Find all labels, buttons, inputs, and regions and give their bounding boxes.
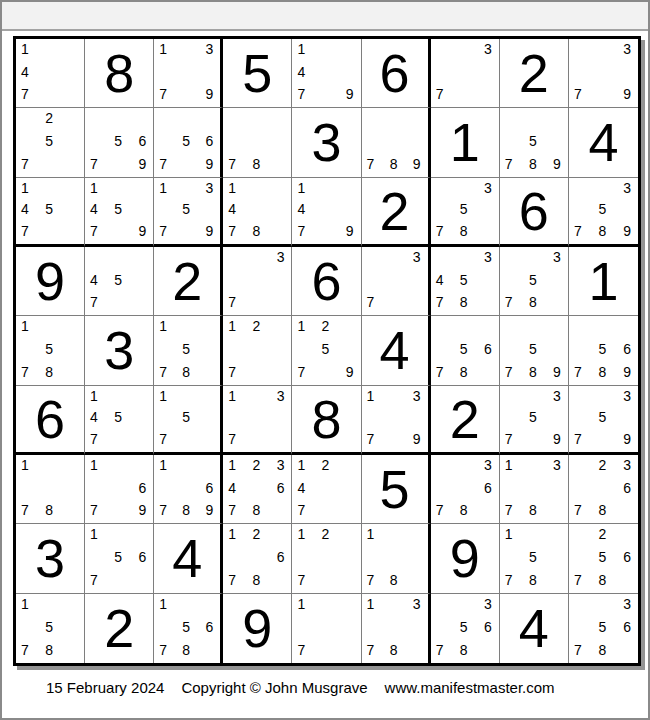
cell-r7c1[interactable]: 178 xyxy=(16,455,85,524)
pencilmark: 9 xyxy=(553,432,561,446)
pencilmark-grid: 25678 xyxy=(569,524,638,592)
given-digit: 6 xyxy=(16,386,84,452)
pencilmark: 4 xyxy=(21,65,29,79)
pencilmark: 3 xyxy=(623,458,631,472)
given-digit: 5 xyxy=(223,39,291,107)
cell-r6c4[interactable]: 137 xyxy=(223,386,292,455)
cell-r9c5[interactable]: 17 xyxy=(292,594,361,663)
footer-website: www.manifestmaster.com xyxy=(385,679,555,696)
pencilmark: 8 xyxy=(599,573,607,587)
pencilmark: 7 xyxy=(574,432,582,446)
pencilmark: 5 xyxy=(182,202,190,216)
pencilmark: 3 xyxy=(413,597,421,611)
cell-r4c3[interactable]: 2 xyxy=(154,247,223,316)
cell-r7c6[interactable]: 5 xyxy=(362,455,431,524)
pencilmark-grid: 1247 xyxy=(292,455,360,523)
pencilmark: 9 xyxy=(346,365,354,379)
given-digit: 8 xyxy=(292,386,360,452)
pencilmark: 1 xyxy=(21,597,29,611)
cell-r1c9[interactable]: 379 xyxy=(569,39,638,108)
cell-r3c5[interactable]: 1479 xyxy=(292,178,361,247)
pencilmark: 7 xyxy=(90,503,98,517)
cell-r3c3[interactable]: 13579 xyxy=(154,178,223,247)
cell-r7c3[interactable]: 16789 xyxy=(154,455,223,524)
cell-r2c7[interactable]: 1 xyxy=(431,108,500,177)
pencilmark-grid: 5789 xyxy=(500,316,568,384)
pencilmark-grid: 1378 xyxy=(500,455,568,523)
cell-r8c4[interactable]: 12678 xyxy=(223,524,292,593)
given-digit: 2 xyxy=(500,39,568,107)
pencilmark-grid: 137 xyxy=(223,386,291,452)
cell-r5c1[interactable]: 1578 xyxy=(16,316,85,385)
pencilmark: 7 xyxy=(574,643,582,657)
pencilmark: 7 xyxy=(159,365,167,379)
cell-r4c2[interactable]: 457 xyxy=(85,247,154,316)
pencilmark: 8 xyxy=(460,295,468,309)
cell-r8c5[interactable]: 127 xyxy=(292,524,361,593)
pencilmark: 2 xyxy=(322,319,330,333)
cell-r1c2[interactable]: 8 xyxy=(85,39,154,108)
pencilmark: 3 xyxy=(484,250,492,264)
pencilmark: 1 xyxy=(228,389,236,403)
cell-r8c1[interactable]: 3 xyxy=(16,524,85,593)
pencilmark: 3 xyxy=(277,458,285,472)
cell-r6c2[interactable]: 1457 xyxy=(85,386,154,455)
pencilmark: 7 xyxy=(90,432,98,446)
pencilmark: 2 xyxy=(322,458,330,472)
cell-r6c1[interactable]: 6 xyxy=(16,386,85,455)
pencilmark: 6 xyxy=(206,620,214,634)
cell-r9c7[interactable]: 35678 xyxy=(431,594,500,663)
cell-r7c7[interactable]: 3678 xyxy=(431,455,500,524)
given-digit: 4 xyxy=(362,316,428,384)
pencilmark: 7 xyxy=(159,87,167,101)
pencilmark: 9 xyxy=(553,365,561,379)
cell-r6c8[interactable]: 3579 xyxy=(500,386,569,455)
given-digit: 8 xyxy=(85,39,153,107)
pencilmark-grid: 78 xyxy=(223,108,291,176)
cell-r4c6[interactable]: 37 xyxy=(362,247,431,316)
pencilmark-grid: 789 xyxy=(362,108,428,176)
pencilmark: 4 xyxy=(228,202,236,216)
pencilmark: 9 xyxy=(623,87,631,101)
cell-r1c3[interactable]: 1379 xyxy=(154,39,223,108)
pencilmark: 2 xyxy=(599,458,607,472)
cell-r4c4[interactable]: 37 xyxy=(223,247,292,316)
cell-r4c1[interactable]: 9 xyxy=(16,247,85,316)
pencilmark: 7 xyxy=(21,503,29,517)
pencilmark: 8 xyxy=(252,503,260,517)
pencilmark: 9 xyxy=(623,224,631,238)
cell-r1c8[interactable]: 2 xyxy=(500,39,569,108)
pencilmark: 5 xyxy=(529,550,537,564)
cell-r9c3[interactable]: 15678 xyxy=(154,594,223,663)
cell-r2c9[interactable]: 4 xyxy=(569,108,638,177)
cell-r9c8[interactable]: 4 xyxy=(500,594,569,663)
pencilmark: 6 xyxy=(484,620,492,634)
given-digit: 3 xyxy=(85,316,153,384)
pencilmark: 9 xyxy=(138,157,146,171)
pencilmark: 6 xyxy=(484,342,492,356)
pencilmark-grid: 379 xyxy=(569,39,638,107)
pencilmark: 3 xyxy=(413,389,421,403)
pencilmark: 3 xyxy=(206,42,214,56)
pencilmark: 8 xyxy=(529,295,537,309)
cell-r3c7[interactable]: 3578 xyxy=(431,178,500,247)
pencilmark: 7 xyxy=(159,643,167,657)
pencilmark: 7 xyxy=(505,573,513,587)
pencilmark: 1 xyxy=(297,319,305,333)
pencilmark-grid: 3578 xyxy=(500,247,568,315)
pencilmark: 7 xyxy=(505,157,513,171)
pencilmark: 9 xyxy=(138,503,146,517)
pencilmark: 3 xyxy=(623,42,631,56)
pencilmark-grid: 17 xyxy=(292,594,360,663)
pencilmark: 1 xyxy=(159,42,167,56)
pencilmark: 3 xyxy=(623,389,631,403)
pencilmark: 7 xyxy=(21,643,29,657)
pencilmark: 7 xyxy=(505,503,513,517)
pencilmark: 5 xyxy=(529,410,537,424)
given-digit: 9 xyxy=(223,594,291,663)
pencilmark: 5 xyxy=(182,620,190,634)
cell-r9c9[interactable]: 35678 xyxy=(569,594,638,663)
pencilmark: 9 xyxy=(346,224,354,238)
pencilmark: 7 xyxy=(21,157,29,171)
cell-r1c6[interactable]: 6 xyxy=(362,39,431,108)
pencilmark: 7 xyxy=(297,503,305,517)
pencilmark: 5 xyxy=(599,342,607,356)
pencilmark: 1 xyxy=(297,181,305,195)
pencilmark: 8 xyxy=(390,643,398,657)
pencilmark: 3 xyxy=(623,597,631,611)
pencilmark-grid: 1478 xyxy=(223,178,291,244)
pencilmark-grid: 1578 xyxy=(16,316,84,384)
pencilmark: 3 xyxy=(553,250,561,264)
pencilmark: 7 xyxy=(505,295,513,309)
pencilmark-grid: 23678 xyxy=(569,455,638,523)
pencilmark: 7 xyxy=(297,643,305,657)
given-digit: 6 xyxy=(292,247,360,315)
pencilmark: 7 xyxy=(436,224,444,238)
cell-r7c2[interactable]: 1679 xyxy=(85,455,154,524)
cell-r8c6[interactable]: 178 xyxy=(362,524,431,593)
pencilmark: 7 xyxy=(436,295,444,309)
pencilmark: 8 xyxy=(390,157,398,171)
pencilmark: 8 xyxy=(599,365,607,379)
cell-r9c2[interactable]: 2 xyxy=(85,594,154,663)
cell-r9c4[interactable]: 9 xyxy=(223,594,292,663)
pencilmark: 8 xyxy=(529,157,537,171)
pencilmark: 5 xyxy=(114,550,122,564)
given-digit: 2 xyxy=(85,594,153,663)
cell-r1c5[interactable]: 1479 xyxy=(292,39,361,108)
pencilmark: 1 xyxy=(297,527,305,541)
cell-r1c7[interactable]: 37 xyxy=(431,39,500,108)
pencilmark: 6 xyxy=(138,550,146,564)
cell-r5c7[interactable]: 5678 xyxy=(431,316,500,385)
pencilmark: 5 xyxy=(45,342,53,356)
pencilmark: 3 xyxy=(553,389,561,403)
cell-r3c8[interactable]: 6 xyxy=(500,178,569,247)
pencilmark: 7 xyxy=(159,432,167,446)
pencilmark: 7 xyxy=(21,365,29,379)
given-digit: 1 xyxy=(431,108,499,176)
pencilmark: 8 xyxy=(45,643,53,657)
cell-r8c9[interactable]: 25678 xyxy=(569,524,638,593)
given-digit: 1 xyxy=(569,247,638,315)
pencilmark: 9 xyxy=(206,503,214,517)
pencilmark: 7 xyxy=(21,224,29,238)
pencilmark-grid: 5679 xyxy=(154,108,220,176)
pencilmark: 8 xyxy=(529,365,537,379)
pencilmark: 5 xyxy=(529,273,537,287)
pencilmark: 1 xyxy=(90,389,98,403)
pencilmark: 2 xyxy=(252,458,260,472)
cell-r8c8[interactable]: 1578 xyxy=(500,524,569,593)
pencilmark: 1 xyxy=(90,181,98,195)
cell-r3c2[interactable]: 14579 xyxy=(85,178,154,247)
pencilmark: 5 xyxy=(114,273,122,287)
cell-r3c6[interactable]: 2 xyxy=(362,178,431,247)
pencilmark: 8 xyxy=(390,573,398,587)
pencilmark: 5 xyxy=(114,410,122,424)
pencilmark: 1 xyxy=(21,458,29,472)
pencilmark: 8 xyxy=(599,643,607,657)
pencilmark: 2 xyxy=(322,527,330,541)
pencilmark: 6 xyxy=(206,481,214,495)
given-digit: 9 xyxy=(16,247,84,315)
pencilmark: 1 xyxy=(21,42,29,56)
pencilmark: 9 xyxy=(138,224,146,238)
pencilmark: 1 xyxy=(228,458,236,472)
pencilmark-grid: 12678 xyxy=(223,524,291,592)
pencilmark: 7 xyxy=(367,573,375,587)
given-digit: 4 xyxy=(154,524,220,592)
pencilmark-grid: 37 xyxy=(431,39,499,107)
pencilmark-grid: 15678 xyxy=(154,594,220,663)
pencilmark: 8 xyxy=(182,365,190,379)
pencilmark-grid: 147 xyxy=(16,39,84,107)
pencilmark: 8 xyxy=(460,365,468,379)
pencilmark: 8 xyxy=(529,503,537,517)
pencilmark: 7 xyxy=(228,503,236,517)
cell-r6c9[interactable]: 3579 xyxy=(569,386,638,455)
pencilmark: 3 xyxy=(277,389,285,403)
cell-r6c5[interactable]: 8 xyxy=(292,386,361,455)
pencilmark: 3 xyxy=(413,250,421,264)
cell-r2c8[interactable]: 5789 xyxy=(500,108,569,177)
pencilmark-grid: 257 xyxy=(16,108,84,176)
cell-r4c9[interactable]: 1 xyxy=(569,247,638,316)
pencilmark: 2 xyxy=(45,111,53,125)
pencilmark: 1 xyxy=(228,181,236,195)
cell-r7c8[interactable]: 1378 xyxy=(500,455,569,524)
pencilmark: 1 xyxy=(228,527,236,541)
cell-r7c4[interactable]: 1234678 xyxy=(223,455,292,524)
cell-r4c5[interactable]: 6 xyxy=(292,247,361,316)
pencilmark-grid: 1578 xyxy=(500,524,568,592)
pencilmark: 7 xyxy=(90,295,98,309)
cell-r4c8[interactable]: 3578 xyxy=(500,247,569,316)
pencilmark: 9 xyxy=(206,87,214,101)
pencilmark: 5 xyxy=(182,410,190,424)
pencilmark: 6 xyxy=(277,550,285,564)
pencilmark-grid: 3678 xyxy=(431,455,499,523)
pencilmark: 5 xyxy=(599,410,607,424)
pencilmark: 6 xyxy=(206,134,214,148)
pencilmark: 5 xyxy=(182,342,190,356)
pencilmark: 7 xyxy=(159,503,167,517)
cell-r5c2[interactable]: 3 xyxy=(85,316,154,385)
cell-r3c9[interactable]: 35789 xyxy=(569,178,638,247)
given-digit: 2 xyxy=(154,247,220,315)
pencilmark: 7 xyxy=(436,503,444,517)
pencilmark-grid: 1379 xyxy=(362,386,428,452)
pencilmark: 7 xyxy=(297,365,305,379)
cell-r5c8[interactable]: 5789 xyxy=(500,316,569,385)
pencilmark: 7 xyxy=(574,87,582,101)
pencilmark: 6 xyxy=(138,134,146,148)
pencilmark: 6 xyxy=(623,550,631,564)
pencilmark: 7 xyxy=(159,224,167,238)
pencilmark: 8 xyxy=(599,503,607,517)
pencilmark: 5 xyxy=(460,273,468,287)
header-bar xyxy=(2,2,648,31)
pencilmark: 7 xyxy=(436,643,444,657)
pencilmark: 1 xyxy=(159,389,167,403)
given-digit: 3 xyxy=(16,524,84,592)
cell-r2c5[interactable]: 3 xyxy=(292,108,361,177)
pencilmark: 5 xyxy=(45,134,53,148)
pencilmark: 4 xyxy=(436,273,444,287)
cell-r9c1[interactable]: 1578 xyxy=(16,594,85,663)
cell-r2c2[interactable]: 5679 xyxy=(85,108,154,177)
cell-r7c5[interactable]: 1247 xyxy=(292,455,361,524)
pencilmark: 1 xyxy=(90,458,98,472)
cell-r8c7[interactable]: 9 xyxy=(431,524,500,593)
pencilmark: 1 xyxy=(21,181,29,195)
pencilmark: 9 xyxy=(623,432,631,446)
pencilmark: 7 xyxy=(367,432,375,446)
pencilmark: 8 xyxy=(182,503,190,517)
pencilmark: 3 xyxy=(484,458,492,472)
pencilmark-grid: 5679 xyxy=(85,108,153,176)
pencilmark-grid: 37 xyxy=(362,247,428,315)
pencilmark: 9 xyxy=(206,224,214,238)
cell-r6c7[interactable]: 2 xyxy=(431,386,500,455)
given-digit: 6 xyxy=(362,39,428,107)
cell-r2c1[interactable]: 257 xyxy=(16,108,85,177)
pencilmark: 8 xyxy=(529,573,537,587)
cell-r2c3[interactable]: 5679 xyxy=(154,108,223,177)
cell-r3c1[interactable]: 1457 xyxy=(16,178,85,247)
pencilmark: 4 xyxy=(90,202,98,216)
footer: 15 February 2024 Copyright © John Musgra… xyxy=(46,679,555,696)
given-digit: 2 xyxy=(362,178,428,244)
pencilmark: 6 xyxy=(623,620,631,634)
given-digit: 3 xyxy=(292,108,360,176)
cell-r6c3[interactable]: 157 xyxy=(154,386,223,455)
given-digit: 9 xyxy=(431,524,499,592)
pencilmark: 8 xyxy=(45,503,53,517)
cell-r5c9[interactable]: 56789 xyxy=(569,316,638,385)
cell-r5c3[interactable]: 1578 xyxy=(154,316,223,385)
pencilmark: 6 xyxy=(623,342,631,356)
pencilmark: 3 xyxy=(623,181,631,195)
cell-r3c4[interactable]: 1478 xyxy=(223,178,292,247)
pencilmark: 7 xyxy=(297,87,305,101)
pencilmark: 3 xyxy=(206,181,214,195)
pencilmark-grid: 1379 xyxy=(154,39,220,107)
pencilmark: 5 xyxy=(529,342,537,356)
pencilmark: 5 xyxy=(460,342,468,356)
cell-r2c6[interactable]: 789 xyxy=(362,108,431,177)
pencilmark: 7 xyxy=(228,224,236,238)
pencilmark: 1 xyxy=(367,389,375,403)
pencilmark-grid: 178 xyxy=(362,524,428,592)
pencilmark: 4 xyxy=(90,410,98,424)
pencilmark-grid: 1479 xyxy=(292,39,360,107)
pencilmark-grid: 178 xyxy=(16,455,84,523)
pencilmark: 1 xyxy=(297,458,305,472)
cell-r8c2[interactable]: 1567 xyxy=(85,524,154,593)
pencilmark: 7 xyxy=(228,157,236,171)
cell-r4c7[interactable]: 34578 xyxy=(431,247,500,316)
pencilmark-grid: 1457 xyxy=(16,178,84,244)
cell-r8c3[interactable]: 4 xyxy=(154,524,223,593)
pencilmark: 1 xyxy=(505,527,513,541)
cell-r6c6[interactable]: 1379 xyxy=(362,386,431,455)
cell-r1c4[interactable]: 5 xyxy=(223,39,292,108)
cell-r2c4[interactable]: 78 xyxy=(223,108,292,177)
pencilmark: 7 xyxy=(159,157,167,171)
cell-r1c1[interactable]: 147 xyxy=(16,39,85,108)
pencilmark: 7 xyxy=(574,503,582,517)
pencilmark-grid: 12579 xyxy=(292,316,360,384)
given-digit: 2 xyxy=(431,386,499,452)
pencilmark: 1 xyxy=(90,527,98,541)
pencilmark: 7 xyxy=(574,573,582,587)
pencilmark: 7 xyxy=(367,295,375,309)
cell-r5c4[interactable]: 127 xyxy=(223,316,292,385)
pencilmark-grid: 5678 xyxy=(431,316,499,384)
pencilmark-grid: 16789 xyxy=(154,455,220,523)
footer-date: 15 February 2024 xyxy=(46,679,164,696)
pencilmark: 4 xyxy=(297,202,305,216)
cell-r5c6[interactable]: 4 xyxy=(362,316,431,385)
cell-r7c9[interactable]: 23678 xyxy=(569,455,638,524)
pencilmark: 6 xyxy=(138,481,146,495)
pencilmark: 9 xyxy=(206,157,214,171)
pencilmark-grid: 3579 xyxy=(569,386,638,452)
pencilmark-grid: 3578 xyxy=(431,178,499,244)
pencilmark: 8 xyxy=(599,224,607,238)
pencilmark-grid: 1679 xyxy=(85,455,153,523)
pencilmark: 8 xyxy=(182,643,190,657)
pencilmark-grid: 127 xyxy=(223,316,291,384)
pencilmark: 5 xyxy=(599,202,607,216)
pencilmark: 5 xyxy=(460,620,468,634)
cell-r5c5[interactable]: 12579 xyxy=(292,316,361,385)
cell-r9c6[interactable]: 1378 xyxy=(362,594,431,663)
pencilmark: 8 xyxy=(252,157,260,171)
pencilmark: 9 xyxy=(346,87,354,101)
pencilmark: 8 xyxy=(252,573,260,587)
pencilmark: 8 xyxy=(460,503,468,517)
pencilmark: 5 xyxy=(182,134,190,148)
pencilmark: 1 xyxy=(367,597,375,611)
